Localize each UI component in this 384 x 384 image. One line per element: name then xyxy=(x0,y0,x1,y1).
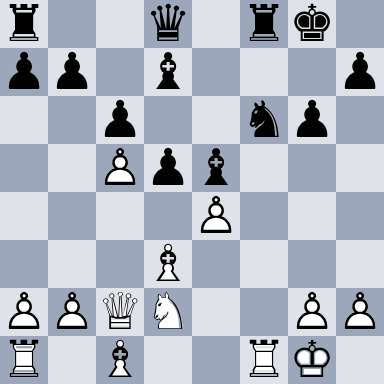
square-e1[interactable] xyxy=(192,336,240,384)
square-b5[interactable] xyxy=(48,144,96,192)
square-c7[interactable] xyxy=(96,48,144,96)
square-b3[interactable] xyxy=(48,240,96,288)
square-a2[interactable]: ♟♙ xyxy=(0,288,48,336)
square-h4[interactable] xyxy=(336,192,384,240)
square-h2[interactable]: ♟♙ xyxy=(336,288,384,336)
square-b7[interactable]: ♟ xyxy=(48,48,96,96)
square-b1[interactable] xyxy=(48,336,96,384)
square-a8[interactable]: ♜ xyxy=(0,0,48,48)
square-g8[interactable]: ♚ xyxy=(288,0,336,48)
piece-white-bishop[interactable]: ♝♗ xyxy=(97,336,143,384)
square-g1[interactable]: ♚♔ xyxy=(288,336,336,384)
piece-white-pawn[interactable]: ♟♙ xyxy=(1,288,47,336)
square-b4[interactable] xyxy=(48,192,96,240)
piece-white-pawn[interactable]: ♟♙ xyxy=(193,192,239,240)
square-g5[interactable] xyxy=(288,144,336,192)
piece-black-rook[interactable]: ♜ xyxy=(1,0,47,48)
square-d6[interactable] xyxy=(144,96,192,144)
square-c5[interactable]: ♟♙ xyxy=(96,144,144,192)
piece-black-pawn[interactable]: ♟ xyxy=(49,48,95,96)
square-e8[interactable] xyxy=(192,0,240,48)
piece-black-pawn[interactable]: ♟ xyxy=(145,144,191,192)
piece-black-pawn[interactable]: ♟ xyxy=(1,48,47,96)
square-c4[interactable] xyxy=(96,192,144,240)
piece-white-pawn[interactable]: ♟♙ xyxy=(49,288,95,336)
piece-white-rook[interactable]: ♜♖ xyxy=(241,336,287,384)
square-g2[interactable]: ♟♙ xyxy=(288,288,336,336)
piece-black-bishop[interactable]: ♝ xyxy=(145,48,191,96)
piece-white-king[interactable]: ♚♔ xyxy=(289,336,335,384)
piece-white-rook[interactable]: ♜♖ xyxy=(1,336,47,384)
square-d1[interactable] xyxy=(144,336,192,384)
square-a6[interactable] xyxy=(0,96,48,144)
square-h3[interactable] xyxy=(336,240,384,288)
piece-black-rook[interactable]: ♜ xyxy=(241,0,287,48)
square-d3[interactable]: ♝♗ xyxy=(144,240,192,288)
square-d7[interactable]: ♝ xyxy=(144,48,192,96)
square-a5[interactable] xyxy=(0,144,48,192)
square-a4[interactable] xyxy=(0,192,48,240)
square-h1[interactable] xyxy=(336,336,384,384)
piece-white-pawn[interactable]: ♟♙ xyxy=(337,288,383,336)
piece-black-bishop[interactable]: ♝ xyxy=(193,144,239,192)
square-a3[interactable] xyxy=(0,240,48,288)
square-g6[interactable]: ♟ xyxy=(288,96,336,144)
square-e3[interactable] xyxy=(192,240,240,288)
piece-white-bishop[interactable]: ♝♗ xyxy=(145,240,191,288)
piece-white-pawn[interactable]: ♟♙ xyxy=(97,144,143,192)
square-d5[interactable]: ♟ xyxy=(144,144,192,192)
square-f1[interactable]: ♜♖ xyxy=(240,336,288,384)
square-e7[interactable] xyxy=(192,48,240,96)
square-b6[interactable] xyxy=(48,96,96,144)
square-f6[interactable]: ♞ xyxy=(240,96,288,144)
square-h7[interactable]: ♟ xyxy=(336,48,384,96)
piece-white-knight[interactable]: ♞♘ xyxy=(145,288,191,336)
square-d4[interactable] xyxy=(144,192,192,240)
square-d2[interactable]: ♞♘ xyxy=(144,288,192,336)
square-d8[interactable]: ♛ xyxy=(144,0,192,48)
square-h5[interactable] xyxy=(336,144,384,192)
square-f7[interactable] xyxy=(240,48,288,96)
square-h6[interactable] xyxy=(336,96,384,144)
chess-board: ♜♛♜♚♟♟♝♟♟♞♟♟♙♟♝♟♙♝♗♟♙♟♙♛♕♞♘♟♙♟♙♜♖♝♗♜♖♚♔ xyxy=(0,0,384,384)
square-f5[interactable] xyxy=(240,144,288,192)
piece-white-queen[interactable]: ♛♕ xyxy=(97,288,143,336)
piece-white-pawn[interactable]: ♟♙ xyxy=(289,288,335,336)
square-g4[interactable] xyxy=(288,192,336,240)
square-b8[interactable] xyxy=(48,0,96,48)
square-e6[interactable] xyxy=(192,96,240,144)
piece-black-pawn[interactable]: ♟ xyxy=(337,48,383,96)
square-g3[interactable] xyxy=(288,240,336,288)
piece-black-pawn[interactable]: ♟ xyxy=(289,96,335,144)
square-c3[interactable] xyxy=(96,240,144,288)
square-g7[interactable] xyxy=(288,48,336,96)
square-f3[interactable] xyxy=(240,240,288,288)
piece-black-pawn[interactable]: ♟ xyxy=(97,96,143,144)
piece-black-king[interactable]: ♚ xyxy=(289,0,335,48)
square-a1[interactable]: ♜♖ xyxy=(0,336,48,384)
square-c1[interactable]: ♝♗ xyxy=(96,336,144,384)
square-c6[interactable]: ♟ xyxy=(96,96,144,144)
square-a7[interactable]: ♟ xyxy=(0,48,48,96)
piece-black-knight[interactable]: ♞ xyxy=(241,96,287,144)
square-c2[interactable]: ♛♕ xyxy=(96,288,144,336)
square-e5[interactable]: ♝ xyxy=(192,144,240,192)
square-c8[interactable] xyxy=(96,0,144,48)
square-f4[interactable] xyxy=(240,192,288,240)
square-e2[interactable] xyxy=(192,288,240,336)
square-b2[interactable]: ♟♙ xyxy=(48,288,96,336)
square-h8[interactable] xyxy=(336,0,384,48)
square-f2[interactable] xyxy=(240,288,288,336)
piece-black-queen[interactable]: ♛ xyxy=(145,0,191,48)
square-e4[interactable]: ♟♙ xyxy=(192,192,240,240)
square-f8[interactable]: ♜ xyxy=(240,0,288,48)
